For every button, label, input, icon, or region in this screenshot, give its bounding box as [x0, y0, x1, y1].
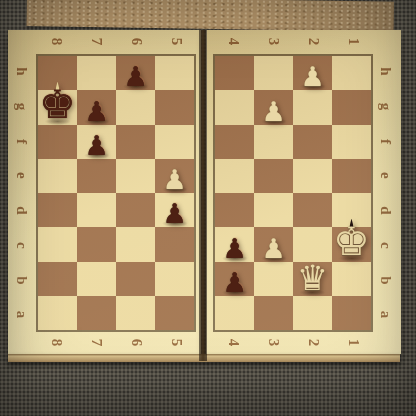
square-f4[interactable]: [215, 125, 254, 159]
square-h5[interactable]: [155, 56, 194, 90]
square-h4[interactable]: [215, 56, 254, 90]
square-d4[interactable]: [215, 193, 254, 227]
square-g8[interactable]: ♚: [38, 90, 77, 124]
piece-white-pawn-g3[interactable]: ♟: [261, 98, 285, 125]
square-c7[interactable]: [77, 227, 116, 261]
board-grid-left: ♟♚♟♟♟♟: [36, 54, 196, 332]
square-f1[interactable]: [332, 125, 371, 159]
square-b5[interactable]: [155, 262, 194, 296]
file-label-d: d: [369, 197, 404, 223]
file-label-f: f: [369, 128, 404, 154]
square-c8[interactable]: [38, 227, 77, 261]
file-label-e: e: [5, 163, 40, 189]
square-b7[interactable]: [77, 262, 116, 296]
file-label-g: g: [5, 93, 40, 119]
table-surface: 8765 8765 hgfedcba ♟♚♟♟♟♟ 4321 4321 hgfe…: [0, 0, 416, 416]
square-a1[interactable]: [332, 296, 371, 330]
square-e2[interactable]: [293, 159, 332, 193]
rank-labels-top-right: 4321: [213, 31, 373, 52]
piece-white-king-c1[interactable]: ♚: [333, 221, 370, 262]
square-c3[interactable]: ♟: [254, 227, 293, 261]
square-g4[interactable]: [215, 90, 254, 124]
square-b3[interactable]: [254, 262, 293, 296]
piece-white-pawn-h2[interactable]: ♟: [300, 63, 324, 90]
square-h7[interactable]: [77, 56, 116, 90]
square-b4[interactable]: ♟: [215, 262, 254, 296]
piece-black-pawn-d5[interactable]: ♟: [162, 200, 186, 227]
square-f6[interactable]: [116, 125, 155, 159]
piece-white-queen-b2[interactable]: ♛: [297, 261, 328, 296]
board-hinge-seam: [199, 30, 207, 361]
square-a8[interactable]: [38, 296, 77, 330]
file-labels-left: hgfedcba: [9, 54, 35, 332]
square-b2[interactable]: ♛: [293, 262, 332, 296]
file-label-a: a: [5, 302, 40, 328]
square-a7[interactable]: [77, 296, 116, 330]
square-a6[interactable]: [116, 296, 155, 330]
square-d2[interactable]: [293, 193, 332, 227]
piece-black-pawn-g7[interactable]: ♟: [84, 98, 108, 125]
square-h3[interactable]: [254, 56, 293, 90]
board-right-half: 4321 4321 hgfedcba ♟♟♟♟♚♟♛: [206, 30, 401, 354]
square-b6[interactable]: [116, 262, 155, 296]
file-label-d: d: [5, 197, 40, 223]
square-e1[interactable]: [332, 159, 371, 193]
square-b8[interactable]: [38, 262, 77, 296]
square-d3[interactable]: [254, 193, 293, 227]
rank-labels-bottom-left: 8765: [36, 332, 196, 353]
square-a3[interactable]: [254, 296, 293, 330]
square-c5[interactable]: [155, 227, 194, 261]
square-e7[interactable]: [77, 159, 116, 193]
piece-black-king-g8[interactable]: ♚: [39, 84, 76, 125]
square-c6[interactable]: [116, 227, 155, 261]
square-g3[interactable]: ♟: [254, 90, 293, 124]
cork-strip: [27, 0, 394, 32]
piece-black-pawn-h6[interactable]: ♟: [123, 63, 147, 90]
square-f5[interactable]: [155, 125, 194, 159]
square-b1[interactable]: [332, 262, 371, 296]
square-d7[interactable]: [77, 193, 116, 227]
square-e4[interactable]: [215, 159, 254, 193]
square-g1[interactable]: [332, 90, 371, 124]
square-g7[interactable]: ♟: [77, 90, 116, 124]
file-label-a: a: [369, 302, 404, 328]
piece-white-pawn-c3[interactable]: ♟: [261, 235, 285, 262]
square-e6[interactable]: [116, 159, 155, 193]
square-h1[interactable]: [332, 56, 371, 90]
square-e3[interactable]: [254, 159, 293, 193]
file-label-c: c: [5, 232, 40, 258]
file-label-e: e: [369, 163, 404, 189]
piece-black-pawn-f7[interactable]: ♟: [84, 132, 108, 159]
rank-labels-top-left: 8765: [36, 31, 196, 52]
piece-white-pawn-e5[interactable]: ♟: [162, 166, 186, 193]
piece-black-pawn-b4[interactable]: ♟: [222, 269, 246, 296]
file-labels-right: hgfedcba: [373, 54, 399, 332]
square-g6[interactable]: [116, 90, 155, 124]
square-h6[interactable]: ♟: [116, 56, 155, 90]
file-label-b: b: [369, 267, 404, 293]
square-g2[interactable]: [293, 90, 332, 124]
square-f8[interactable]: [38, 125, 77, 159]
rank-labels-bottom-right: 4321: [213, 332, 373, 353]
piece-black-pawn-c4[interactable]: ♟: [222, 235, 246, 262]
square-f3[interactable]: [254, 125, 293, 159]
square-e8[interactable]: [38, 159, 77, 193]
square-h2[interactable]: ♟: [293, 56, 332, 90]
square-e5[interactable]: ♟: [155, 159, 194, 193]
file-label-h: h: [369, 58, 404, 84]
square-c1[interactable]: ♚: [332, 227, 371, 261]
square-a4[interactable]: [215, 296, 254, 330]
square-d6[interactable]: [116, 193, 155, 227]
board-left-half: 8765 8765 hgfedcba ♟♚♟♟♟♟: [8, 30, 201, 354]
file-label-b: b: [5, 267, 40, 293]
square-f7[interactable]: ♟: [77, 125, 116, 159]
file-label-c: c: [369, 232, 404, 258]
board-grid-right: ♟♟♟♟♚♟♛: [213, 54, 373, 332]
square-d5[interactable]: ♟: [155, 193, 194, 227]
square-f2[interactable]: [293, 125, 332, 159]
file-label-f: f: [5, 128, 40, 154]
square-c4[interactable]: ♟: [215, 227, 254, 261]
square-a2[interactable]: [293, 296, 332, 330]
square-d8[interactable]: [38, 193, 77, 227]
square-a5[interactable]: [155, 296, 194, 330]
file-label-h: h: [5, 58, 40, 84]
square-c2[interactable]: [293, 227, 332, 261]
square-g5[interactable]: [155, 90, 194, 124]
file-label-g: g: [369, 93, 404, 119]
